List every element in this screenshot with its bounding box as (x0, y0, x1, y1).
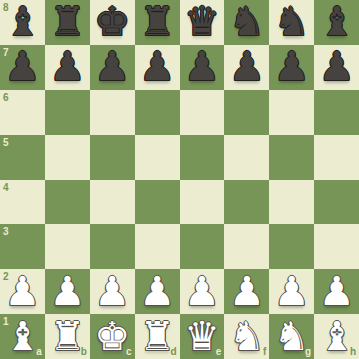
piece-white-queen[interactable]: ♛ (184, 316, 220, 356)
square-c5[interactable] (90, 135, 135, 180)
square-h6[interactable] (314, 90, 359, 135)
square-a2[interactable]: 2♟ (0, 269, 45, 314)
rank-label-6: 6 (3, 93, 9, 103)
square-c6[interactable] (90, 90, 135, 135)
square-d4[interactable] (135, 180, 180, 225)
square-h8[interactable]: ♝ (314, 0, 359, 45)
square-h1[interactable]: h♝ (314, 314, 359, 359)
piece-white-pawn[interactable]: ♟ (139, 271, 175, 311)
square-d1[interactable]: d♜ (135, 314, 180, 359)
piece-white-pawn[interactable]: ♟ (94, 271, 130, 311)
square-b6[interactable] (45, 90, 90, 135)
square-f2[interactable]: ♟ (224, 269, 269, 314)
piece-white-king[interactable]: ♚ (94, 316, 130, 356)
piece-black-pawn[interactable]: ♟ (319, 46, 355, 86)
square-g3[interactable] (269, 224, 314, 269)
square-g4[interactable] (269, 180, 314, 225)
square-h7[interactable]: ♟ (314, 45, 359, 90)
chess-board: 8♝♜♚♜♛♞♞♝7♟♟♟♟♟♟♟♟65432♟♟♟♟♟♟♟♟1a♝b♜c♚d♜… (0, 0, 359, 359)
square-b1[interactable]: b♜ (45, 314, 90, 359)
piece-black-pawn[interactable]: ♟ (229, 46, 265, 86)
square-f8[interactable]: ♞ (224, 0, 269, 45)
piece-black-pawn[interactable]: ♟ (49, 46, 85, 86)
piece-white-pawn[interactable]: ♟ (274, 271, 310, 311)
square-d2[interactable]: ♟ (135, 269, 180, 314)
piece-black-pawn[interactable]: ♟ (94, 46, 130, 86)
square-g2[interactable]: ♟ (269, 269, 314, 314)
square-e5[interactable] (180, 135, 225, 180)
piece-black-rook[interactable]: ♜ (49, 1, 85, 41)
square-e7[interactable]: ♟ (180, 45, 225, 90)
piece-black-bishop[interactable]: ♝ (5, 1, 41, 41)
piece-white-pawn[interactable]: ♟ (229, 271, 265, 311)
square-f5[interactable] (224, 135, 269, 180)
square-h2[interactable]: ♟ (314, 269, 359, 314)
square-a1[interactable]: 1a♝ (0, 314, 45, 359)
square-a8[interactable]: 8♝ (0, 0, 45, 45)
piece-white-pawn[interactable]: ♟ (5, 271, 41, 311)
piece-black-pawn[interactable]: ♟ (5, 46, 41, 86)
piece-black-pawn[interactable]: ♟ (274, 46, 310, 86)
square-a3[interactable]: 3 (0, 224, 45, 269)
square-a5[interactable]: 5 (0, 135, 45, 180)
piece-black-bishop[interactable]: ♝ (319, 1, 355, 41)
square-a7[interactable]: 7♟ (0, 45, 45, 90)
square-b5[interactable] (45, 135, 90, 180)
piece-white-knight[interactable]: ♞ (274, 316, 310, 356)
piece-white-pawn[interactable]: ♟ (184, 271, 220, 311)
square-f6[interactable] (224, 90, 269, 135)
square-g1[interactable]: g♞ (269, 314, 314, 359)
square-e8[interactable]: ♛ (180, 0, 225, 45)
piece-black-pawn[interactable]: ♟ (184, 46, 220, 86)
piece-white-rook[interactable]: ♜ (49, 316, 85, 356)
piece-black-knight[interactable]: ♞ (229, 1, 265, 41)
square-g7[interactable]: ♟ (269, 45, 314, 90)
square-c4[interactable] (90, 180, 135, 225)
chess-board-container: 8♝♜♚♜♛♞♞♝7♟♟♟♟♟♟♟♟65432♟♟♟♟♟♟♟♟1a♝b♜c♚d♜… (0, 0, 359, 359)
square-e1[interactable]: e♛ (180, 314, 225, 359)
square-c1[interactable]: c♚ (90, 314, 135, 359)
piece-black-king[interactable]: ♚ (94, 1, 130, 41)
piece-black-queen[interactable]: ♛ (184, 1, 220, 41)
rank-label-5: 5 (3, 138, 9, 148)
piece-white-rook[interactable]: ♜ (139, 316, 175, 356)
square-b8[interactable]: ♜ (45, 0, 90, 45)
square-d5[interactable] (135, 135, 180, 180)
piece-white-bishop[interactable]: ♝ (5, 316, 41, 356)
piece-white-knight[interactable]: ♞ (229, 316, 265, 356)
square-g8[interactable]: ♞ (269, 0, 314, 45)
square-h4[interactable] (314, 180, 359, 225)
square-a6[interactable]: 6 (0, 90, 45, 135)
square-c2[interactable]: ♟ (90, 269, 135, 314)
square-f4[interactable] (224, 180, 269, 225)
square-f7[interactable]: ♟ (224, 45, 269, 90)
square-c3[interactable] (90, 224, 135, 269)
square-f3[interactable] (224, 224, 269, 269)
piece-white-bishop[interactable]: ♝ (319, 316, 355, 356)
square-d3[interactable] (135, 224, 180, 269)
square-d8[interactable]: ♜ (135, 0, 180, 45)
square-b7[interactable]: ♟ (45, 45, 90, 90)
square-b2[interactable]: ♟ (45, 269, 90, 314)
square-h3[interactable] (314, 224, 359, 269)
square-c7[interactable]: ♟ (90, 45, 135, 90)
square-f1[interactable]: f♞ (224, 314, 269, 359)
square-e3[interactable] (180, 224, 225, 269)
square-e6[interactable] (180, 90, 225, 135)
square-d7[interactable]: ♟ (135, 45, 180, 90)
square-g5[interactable] (269, 135, 314, 180)
rank-label-3: 3 (3, 227, 9, 237)
square-a4[interactable]: 4 (0, 180, 45, 225)
square-d6[interactable] (135, 90, 180, 135)
square-e2[interactable]: ♟ (180, 269, 225, 314)
piece-white-pawn[interactable]: ♟ (49, 271, 85, 311)
square-e4[interactable] (180, 180, 225, 225)
square-c8[interactable]: ♚ (90, 0, 135, 45)
piece-white-pawn[interactable]: ♟ (319, 271, 355, 311)
square-g6[interactable] (269, 90, 314, 135)
piece-black-pawn[interactable]: ♟ (139, 46, 175, 86)
square-b3[interactable] (45, 224, 90, 269)
piece-black-rook[interactable]: ♜ (139, 1, 175, 41)
square-b4[interactable] (45, 180, 90, 225)
square-h5[interactable] (314, 135, 359, 180)
piece-black-knight[interactable]: ♞ (274, 1, 310, 41)
rank-label-4: 4 (3, 183, 9, 193)
